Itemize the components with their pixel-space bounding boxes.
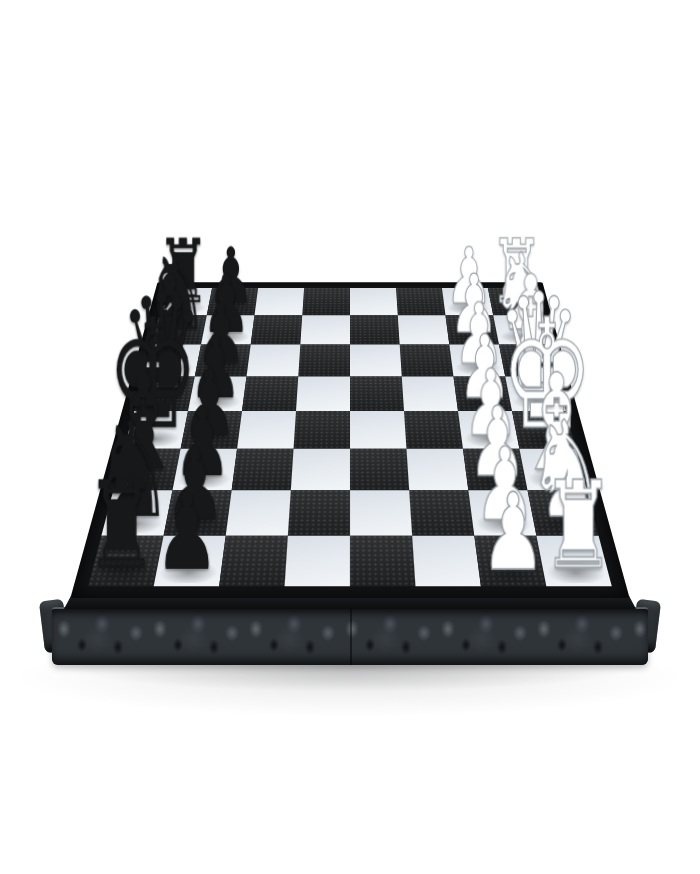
square-e5 — [294, 411, 350, 449]
square-f4 — [350, 449, 409, 490]
chess-board-wrap: ♜♟♟♜♞♟♟♞♝♟♟♝♛♟♟♛♚♟♟♚♝♟♟♝♞♟♟♞♜♟♟♜ — [122, 183, 578, 639]
square-g5 — [288, 490, 350, 536]
square-e4 — [350, 411, 406, 449]
chess-board: ♜♟♟♜♞♟♟♞♝♟♟♝♛♟♟♛♚♟♟♚♝♟♟♝♞♟♟♞♜♟♟♜ — [70, 282, 629, 598]
square-d4 — [350, 376, 404, 411]
board-grid: ♜♟♟♜♞♟♟♞♝♟♟♝♛♟♟♛♚♟♟♚♝♟♟♝♞♟♟♞♜♟♟♜ — [88, 288, 612, 586]
square-a5 — [302, 288, 350, 315]
square-a4 — [350, 288, 398, 315]
square-b5 — [300, 315, 350, 344]
square-h5 — [285, 536, 350, 586]
square-h4 — [350, 536, 415, 586]
piece-white-rook: ♜ — [509, 468, 649, 583]
square-g4 — [350, 490, 412, 536]
square-b4 — [350, 315, 400, 344]
square-h1: ♜ — [536, 536, 611, 586]
product-photo: ♜♟♟♜♞♟♟♞♝♟♟♝♛♟♟♛♚♟♟♚♝♟♟♝♞♟♟♞♜♟♟♜ — [0, 0, 700, 874]
square-c4 — [350, 345, 402, 377]
square-d5 — [296, 376, 350, 411]
square-c5 — [298, 345, 350, 377]
square-h8: ♜ — [88, 536, 163, 586]
square-f5 — [291, 449, 350, 490]
piece-black-rook: ♜ — [52, 468, 192, 583]
